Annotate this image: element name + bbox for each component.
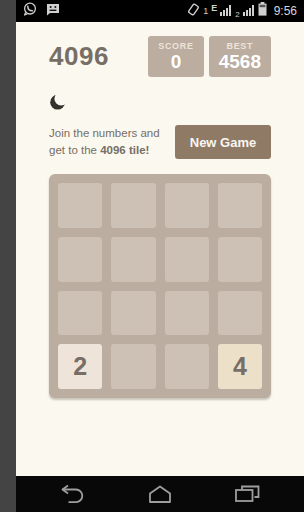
intro-line1: Join the numbers and: [49, 127, 160, 139]
empty-cell: [165, 183, 209, 228]
theme-toggle-row: [49, 93, 271, 111]
page-title: 4096: [49, 41, 109, 72]
whatsapp-icon: [23, 2, 37, 20]
sim1-label: 1: [203, 7, 208, 16]
score-panel: SCORE 0 BEST 4568: [148, 36, 271, 77]
recents-icon[interactable]: [217, 476, 277, 512]
message-icon: [46, 2, 60, 20]
tile-2: 2: [58, 344, 102, 389]
empty-cell: [218, 183, 262, 228]
game-app: 4096 SCORE 0 BEST 4568: [16, 22, 304, 398]
empty-cell: [111, 291, 155, 336]
empty-cell: [58, 183, 102, 228]
empty-cell: [111, 237, 155, 282]
back-icon[interactable]: [43, 476, 103, 512]
home-icon[interactable]: [130, 476, 190, 512]
signal-bars-1-icon: [220, 2, 232, 20]
score-label: SCORE: [158, 41, 194, 51]
best-label: BEST: [219, 41, 261, 51]
intro-text: Join the numbers and get to the 4096 til…: [49, 125, 160, 159]
intro-line2-prefix: get to the: [49, 144, 100, 156]
best-value: 4568: [219, 52, 261, 71]
rotation-icon: [187, 2, 200, 20]
notification-icons: [23, 2, 60, 20]
empty-cell: [218, 237, 262, 282]
moon-icon[interactable]: [49, 93, 67, 111]
status-bar: 1 E 2: [16, 0, 304, 22]
intro-line2-goal: 4096 tile!: [100, 144, 149, 156]
system-status-icons: 1 E 2: [187, 2, 297, 20]
tile-4: 4: [218, 344, 262, 389]
score-value: 0: [158, 52, 194, 71]
sim2-label: 2: [235, 11, 239, 19]
intro-row: Join the numbers and get to the 4096 til…: [49, 125, 271, 159]
empty-cell: [165, 344, 209, 389]
new-game-button[interactable]: New Game: [175, 125, 271, 159]
empty-cell: [111, 183, 155, 228]
app-header: 4096 SCORE 0 BEST 4568: [49, 36, 271, 77]
best-box: BEST 4568: [209, 36, 271, 77]
empty-cell: [111, 344, 155, 389]
empty-cell: [58, 291, 102, 336]
battery-icon: [258, 2, 267, 20]
empty-cell: [218, 291, 262, 336]
clock: 9:56: [274, 5, 297, 17]
score-box: SCORE 0: [148, 36, 204, 77]
network-type-label: E: [211, 4, 217, 13]
empty-cell: [165, 291, 209, 336]
empty-cell: [165, 237, 209, 282]
signal-bars-2-icon: [243, 2, 255, 20]
android-nav-bar: [16, 476, 304, 512]
phone-screen: 1 E 2: [16, 0, 304, 512]
empty-cell: [58, 237, 102, 282]
game-board[interactable]: 24: [49, 174, 271, 398]
